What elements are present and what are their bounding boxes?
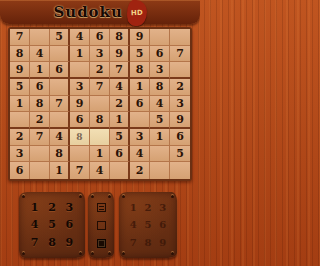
cell-r8c1[interactable]: 3 [10,146,30,163]
notes-key-7[interactable]: 7 [126,234,141,251]
cell-r9c2[interactable] [30,162,50,179]
cell-r3c8[interactable]: 3 [150,62,170,79]
cell-r3c1[interactable]: 9 [10,62,30,79]
notes-key-6[interactable]: 6 [155,216,170,233]
cell-r2c9[interactable]: 7 [170,46,190,63]
cell-r2c7[interactable]: 5 [130,46,150,63]
cell-r9c1[interactable]: 6 [10,162,30,179]
cell-r3c6[interactable]: 7 [110,62,130,79]
numpad-key-3[interactable]: 3 [61,199,78,216]
cell-r7c5[interactable] [90,129,110,146]
cell-r4c3[interactable] [50,79,70,96]
cell-r6c4[interactable]: 6 [70,112,90,129]
cell-r1c3[interactable]: 5 [50,29,70,46]
notes-key-9[interactable]: 9 [155,234,170,251]
cell-r7c7[interactable]: 3 [130,129,150,146]
cell-r6c6[interactable]: 1 [110,112,130,129]
cell-r7c8[interactable]: 1 [150,129,170,146]
notes-number-pad: 123456789 [119,192,177,258]
cell-r1c6[interactable]: 8 [110,29,130,46]
cell-r8c7[interactable]: 4 [130,146,150,163]
cell-r7c3[interactable]: 4 [50,129,70,146]
cell-r2c2[interactable]: 4 [30,46,50,63]
numpad-key-8[interactable]: 8 [43,234,60,251]
cell-r8c4[interactable] [70,146,90,163]
cell-r2c8[interactable]: 6 [150,46,170,63]
cell-r2c1[interactable]: 8 [10,46,30,63]
cell-r8c6[interactable]: 6 [110,146,130,163]
cell-r5c6[interactable]: 2 [110,96,130,113]
cell-r5c7[interactable]: 6 [130,96,150,113]
numpad-key-9[interactable]: 9 [61,234,78,251]
numpad-key-1[interactable]: 1 [26,199,43,216]
cell-r5c4[interactable]: 9 [70,96,90,113]
cell-r6c8[interactable]: 5 [150,112,170,129]
cell-r6c9[interactable]: 9 [170,112,190,129]
square-with-lines-icon [97,203,106,212]
cell-r3c2[interactable]: 1 [30,62,50,79]
cell-r3c4[interactable] [70,62,90,79]
nail-icon [108,252,111,255]
cell-r7c2[interactable]: 7 [30,129,50,146]
header-plank: SudokuHD [0,0,200,24]
cell-r6c1[interactable] [10,112,30,129]
cell-r1c7[interactable]: 9 [130,29,150,46]
notes-tool-button[interactable] [94,200,108,214]
cell-r4c4[interactable]: 3 [70,79,90,96]
numpad-key-6[interactable]: 6 [61,216,78,233]
notes-key-1[interactable]: 1 [126,199,141,216]
cell-r7c1[interactable]: 2 [10,129,30,146]
cell-r8c3[interactable]: 8 [50,146,70,163]
cell-r7c9[interactable]: 6 [170,129,190,146]
cell-r8c5[interactable]: 1 [90,146,110,163]
cell-r9c4[interactable]: 7 [70,162,90,179]
cell-r1c4[interactable]: 4 [70,29,90,46]
cell-r6c2[interactable]: 2 [30,112,50,129]
cell-r4c1[interactable]: 5 [10,79,30,96]
notes-key-5[interactable]: 5 [141,216,156,233]
nail-icon [122,252,125,255]
number-pad: 123456789 [19,192,85,258]
cell-r5c3[interactable]: 7 [50,96,70,113]
cell-r6c7[interactable] [130,112,150,129]
cell-r3c9[interactable] [170,62,190,79]
cell-r9c3[interactable]: 1 [50,162,70,179]
tool-pad [88,192,114,258]
cell-r2c4[interactable]: 1 [70,46,90,63]
cell-r9c7[interactable]: 2 [130,162,150,179]
cell-r7c4[interactable]: 8 [70,129,90,146]
cell-r1c2[interactable] [30,29,50,46]
cell-r3c3[interactable]: 6 [50,62,70,79]
fill-tool-button[interactable] [94,236,108,250]
cell-r8c9[interactable]: 5 [170,146,190,163]
cell-r2c3[interactable] [50,46,70,63]
cell-r9c5[interactable]: 4 [90,162,110,179]
cell-r5c2[interactable]: 8 [30,96,50,113]
notes-key-3[interactable]: 3 [155,199,170,216]
cell-r4c2[interactable]: 6 [30,79,50,96]
cell-r1c1[interactable]: 7 [10,29,30,46]
nail-icon [79,195,82,198]
numpad-key-2[interactable]: 2 [43,199,60,216]
cell-r9c9[interactable] [170,162,190,179]
sudoku-board: 7546898413956791627835637418218792643268… [8,27,192,181]
nail-icon [91,252,94,255]
hd-badge: HD [126,0,147,26]
nail-icon [22,252,25,255]
numpad-key-5[interactable]: 5 [43,216,60,233]
nail-icon [22,195,25,198]
cell-r1c5[interactable]: 6 [90,29,110,46]
nail-icon [122,195,125,198]
nail-icon [108,195,111,198]
nail-icon [171,195,174,198]
nail-icon [79,252,82,255]
cell-r6c3[interactable] [50,112,70,129]
cell-r3c5[interactable]: 2 [90,62,110,79]
cell-r1c9[interactable] [170,29,190,46]
cell-r4c8[interactable]: 8 [150,79,170,96]
cell-r8c8[interactable] [150,146,170,163]
cell-r9c6[interactable] [110,162,130,179]
cell-r9c8[interactable] [150,162,170,179]
cell-r5c8[interactable]: 4 [150,96,170,113]
numpad-key-7[interactable]: 7 [26,234,43,251]
filled-square-icon [97,239,106,248]
notes-key-4[interactable]: 4 [126,216,141,233]
cell-r3c7[interactable]: 8 [130,62,150,79]
cell-r8c2[interactable] [30,146,50,163]
cell-r6c5[interactable]: 8 [90,112,110,129]
cell-r7c6[interactable]: 5 [110,129,130,146]
cell-r5c1[interactable]: 1 [10,96,30,113]
app-title: Sudoku [53,3,123,21]
cell-r5c9[interactable]: 3 [170,96,190,113]
cell-r4c6[interactable]: 4 [110,79,130,96]
eraser-tool-button[interactable] [94,218,108,232]
cell-r2c6[interactable]: 9 [110,46,130,63]
cell-r1c8[interactable] [150,29,170,46]
nail-icon [171,252,174,255]
notes-key-8[interactable]: 8 [141,234,156,251]
cell-r4c7[interactable]: 1 [130,79,150,96]
cell-r4c9[interactable]: 2 [170,79,190,96]
notes-key-2[interactable]: 2 [141,199,156,216]
cell-r4c5[interactable]: 7 [90,79,110,96]
empty-square-icon [97,221,106,230]
cell-r2c5[interactable]: 3 [90,46,110,63]
numpad-key-4[interactable]: 4 [26,216,43,233]
cell-r5c5[interactable] [90,96,110,113]
nail-icon [91,195,94,198]
